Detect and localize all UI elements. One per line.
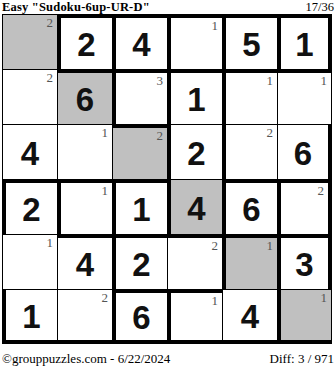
candidate-count: 2: [267, 126, 274, 140]
digit: 4: [241, 298, 259, 333]
digit: 3: [295, 246, 313, 281]
cell-r5c5[interactable]: 1: [222, 234, 277, 289]
digit: 1: [22, 298, 40, 333]
digit: 1: [132, 191, 150, 226]
digit: 4: [187, 190, 205, 225]
cell-r6c2[interactable]: 2: [57, 289, 112, 344]
puzzle-title: Easy "Sudoku-6up-UR-D": [2, 0, 150, 14]
candidate-count: 1: [212, 19, 219, 33]
digit: 1: [295, 26, 313, 61]
cell-r4c4[interactable]: 4: [167, 179, 222, 234]
candidate-count: 1: [321, 291, 328, 305]
digit: 6: [294, 135, 312, 170]
cell-r4c6[interactable]: 2: [277, 179, 332, 234]
digit: 2: [22, 191, 40, 226]
cell-r3c2[interactable]: 1: [57, 124, 112, 179]
digit: 1: [187, 81, 205, 116]
cell-r4c1[interactable]: 2: [2, 179, 57, 234]
digit: 2: [77, 26, 95, 61]
digit: 4: [132, 26, 150, 61]
cell-r4c5[interactable]: 6: [222, 179, 277, 234]
digit: 2: [132, 246, 150, 281]
cell-r2c1[interactable]: 2: [2, 69, 57, 124]
cell-r3c5[interactable]: 2: [222, 124, 277, 179]
cell-r2c5[interactable]: 1: [222, 69, 277, 124]
cell-r6c6[interactable]: 1: [277, 289, 332, 344]
sudoku-board: 224151263111412226211462142213126141: [2, 14, 332, 344]
cell-r1c6[interactable]: 1: [277, 14, 332, 69]
cell-r5c4[interactable]: 2: [167, 234, 222, 289]
digit: 6: [76, 81, 94, 116]
cell-r3c6[interactable]: 6: [277, 124, 332, 179]
digit: 5: [242, 26, 260, 61]
candidate-count: 1: [47, 236, 54, 250]
copyright-date: ©grouppuzzles.com - 6/22/2024: [2, 351, 170, 367]
footer-bar: ©grouppuzzles.com - 6/22/2024 Diff: 3 / …: [0, 351, 336, 367]
candidate-count: 2: [47, 71, 54, 85]
cell-r2c2[interactable]: 6: [57, 69, 112, 124]
cell-r6c3[interactable]: 6: [112, 289, 167, 344]
digit: 2: [187, 135, 205, 170]
cell-r3c3[interactable]: 2: [112, 124, 167, 179]
digit: 4: [21, 135, 39, 170]
cell-r1c5[interactable]: 5: [222, 14, 277, 69]
candidate-count: 1: [267, 74, 274, 88]
cell-r2c3[interactable]: 3: [112, 69, 167, 124]
cell-r4c2[interactable]: 1: [57, 179, 112, 234]
candidate-count: 2: [212, 239, 219, 253]
candidate-count: 2: [318, 184, 325, 198]
candidate-count: 1: [212, 294, 219, 308]
digit: 4: [76, 246, 94, 281]
cell-r4c3[interactable]: 1: [112, 179, 167, 234]
candidate-count: 3: [157, 74, 164, 88]
cell-r5c1[interactable]: 1: [2, 234, 57, 289]
cell-r5c3[interactable]: 2: [112, 234, 167, 289]
progress-counter: 17/36: [306, 0, 334, 14]
candidate-count: 2: [157, 129, 164, 143]
digit: 6: [242, 191, 260, 226]
candidate-count: 1: [102, 184, 109, 198]
cell-r5c6[interactable]: 3: [277, 234, 332, 289]
candidate-count: 2: [47, 16, 54, 30]
cell-r2c4[interactable]: 1: [167, 69, 222, 124]
cell-r1c4[interactable]: 1: [167, 14, 222, 69]
cell-r1c1[interactable]: 2: [2, 14, 57, 69]
cell-r6c4[interactable]: 1: [167, 289, 222, 344]
candidate-count: 1: [321, 74, 328, 88]
cell-r1c3[interactable]: 4: [112, 14, 167, 69]
difficulty-label: Diff: 3 / 971: [270, 351, 334, 367]
cell-r3c1[interactable]: 4: [2, 124, 57, 179]
digit: 6: [132, 299, 150, 334]
cell-r6c1[interactable]: 1: [2, 289, 57, 344]
candidate-count: 1: [102, 126, 109, 140]
cell-r2c6[interactable]: 1: [277, 69, 332, 124]
cell-r5c2[interactable]: 4: [57, 234, 112, 289]
header-bar: Easy "Sudoku-6up-UR-D" 17/36: [0, 0, 336, 14]
cell-r3c4[interactable]: 2: [167, 124, 222, 179]
cell-r1c2[interactable]: 2: [57, 14, 112, 69]
cell-r6c5[interactable]: 4: [222, 289, 277, 344]
candidate-count: 2: [102, 291, 109, 305]
candidate-count: 1: [267, 239, 274, 253]
